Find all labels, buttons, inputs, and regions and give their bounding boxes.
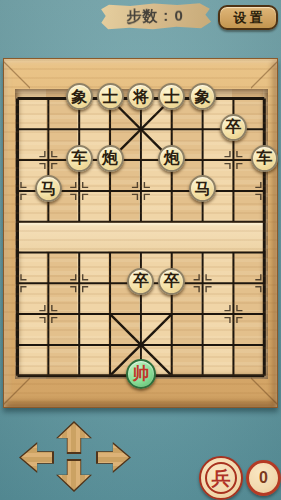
tray-piece-ring	[205, 462, 237, 494]
piece-glyph: 象	[71, 89, 87, 105]
piece-glyph: 将	[133, 89, 149, 105]
frame-corner-seam	[4, 375, 30, 407]
move-right-button[interactable]	[96, 442, 131, 473]
piece-glyph: 卒	[225, 119, 241, 135]
piece-red-general[interactable]: 帅	[126, 359, 156, 389]
piece-glyph: 炮	[102, 150, 118, 166]
piece-general[interactable]: 将	[127, 83, 154, 110]
step-counter: 步数 : 0	[99, 2, 211, 31]
piece-soldier[interactable]: 卒	[127, 268, 154, 295]
piece-cannon[interactable]: 炮	[97, 145, 124, 172]
frame-corner-seam	[251, 375, 277, 407]
frame-corner-seam	[4, 59, 30, 91]
tray-count-badge: 0	[246, 460, 281, 496]
piece-chariot[interactable]: 车	[66, 145, 93, 172]
pieces-layer: 象士将士象卒车炮炮车马马卒卒帅	[15, 89, 268, 379]
board-frame: 象士将士象卒车炮炮车马马卒卒帅	[3, 58, 278, 408]
piece-glyph: 炮	[164, 150, 180, 166]
move-left-button[interactable]	[19, 442, 54, 473]
piece-glyph: 帅	[132, 365, 149, 382]
piece-elephant[interactable]: 象	[189, 83, 216, 110]
piece-glyph: 车	[256, 150, 272, 166]
piece-advisor[interactable]: 士	[97, 83, 124, 110]
piece-glyph: 马	[40, 181, 56, 197]
frame-corner-seam	[251, 59, 277, 91]
piece-glyph: 马	[195, 181, 211, 197]
piece-chariot[interactable]: 车	[251, 145, 278, 172]
app-screen: 步数 : 0 设置 象士将士象卒车炮炮车马马卒卒帅 兵 0	[0, 0, 281, 500]
piece-horse[interactable]: 马	[189, 175, 216, 202]
piece-soldier[interactable]: 卒	[158, 268, 185, 295]
settings-button-label: 设置	[234, 9, 266, 27]
settings-button[interactable]: 设置	[218, 5, 278, 30]
piece-glyph: 象	[195, 89, 211, 105]
down-arrow-icon	[58, 461, 90, 490]
piece-cannon[interactable]: 炮	[158, 145, 185, 172]
right-arrow-icon	[98, 444, 129, 471]
piece-glyph: 卒	[133, 273, 149, 289]
left-arrow-icon	[21, 444, 52, 471]
step-counter-label: 步数 :	[126, 7, 169, 25]
move-down-button[interactable]	[56, 459, 92, 492]
up-arrow-icon	[58, 423, 90, 452]
piece-elephant[interactable]: 象	[66, 83, 93, 110]
piece-glyph: 士	[164, 89, 180, 105]
piece-glyph: 车	[71, 150, 87, 166]
step-counter-value: 0	[174, 7, 184, 24]
piece-advisor[interactable]: 士	[158, 83, 185, 110]
piece-glyph: 卒	[164, 273, 180, 289]
piece-glyph: 士	[102, 89, 118, 105]
move-up-button[interactable]	[56, 421, 92, 454]
xiangqi-board[interactable]: 象士将士象卒车炮炮车马马卒卒帅	[15, 89, 268, 379]
piece-soldier[interactable]: 卒	[220, 114, 247, 141]
tray-count-value: 0	[259, 469, 268, 487]
piece-horse[interactable]: 马	[35, 175, 62, 202]
tray-piece-soldier[interactable]: 兵	[199, 456, 243, 500]
